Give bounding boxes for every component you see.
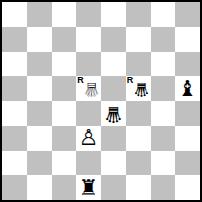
square-e1[interactable] — [101, 175, 126, 200]
square-a1[interactable] — [2, 175, 27, 200]
square-g8[interactable] — [151, 2, 176, 27]
black-bishop-h5-icon[interactable]: ♝ — [175, 76, 200, 101]
square-c1[interactable] — [52, 175, 77, 200]
square-f6[interactable] — [126, 52, 151, 77]
square-h5[interactable]: ♝ — [175, 76, 200, 101]
square-a8[interactable] — [2, 2, 27, 27]
square-h7[interactable] — [175, 27, 200, 52]
square-b5[interactable] — [27, 76, 52, 101]
square-a4[interactable] — [2, 101, 27, 126]
square-d6[interactable] — [76, 52, 101, 77]
square-b6[interactable] — [27, 52, 52, 77]
square-c3[interactable] — [52, 126, 77, 151]
square-d3[interactable]: ♙ — [76, 126, 101, 151]
square-c5[interactable] — [52, 76, 77, 101]
square-c6[interactable] — [52, 52, 77, 77]
square-g4[interactable] — [151, 101, 176, 126]
square-f2[interactable] — [126, 151, 151, 176]
square-d1[interactable]: ♜ — [76, 175, 101, 200]
square-g6[interactable] — [151, 52, 176, 77]
square-d2[interactable] — [76, 151, 101, 176]
square-b1[interactable] — [27, 175, 52, 200]
square-e5[interactable] — [101, 76, 126, 101]
square-b3[interactable] — [27, 126, 52, 151]
square-c7[interactable] — [52, 27, 77, 52]
square-d7[interactable] — [76, 27, 101, 52]
square-e6[interactable] — [101, 52, 126, 77]
square-d4[interactable] — [76, 101, 101, 126]
square-f3[interactable] — [126, 126, 151, 151]
square-g3[interactable] — [151, 126, 176, 151]
square-a6[interactable] — [2, 52, 27, 77]
black-inverted-queen-grasshopper-e4-icon[interactable]: ♛ — [101, 101, 126, 126]
royal-marker-f5: R — [127, 76, 134, 85]
square-a3[interactable] — [2, 126, 27, 151]
square-b8[interactable] — [27, 2, 52, 27]
square-h2[interactable] — [175, 151, 200, 176]
square-g5[interactable] — [151, 76, 176, 101]
square-e8[interactable] — [101, 2, 126, 27]
square-g7[interactable] — [151, 27, 176, 52]
square-e7[interactable] — [101, 27, 126, 52]
square-c4[interactable] — [52, 101, 77, 126]
square-f8[interactable] — [126, 2, 151, 27]
white-pawn-d3-icon[interactable]: ♙ — [76, 126, 101, 151]
square-h1[interactable] — [175, 175, 200, 200]
square-d5[interactable]: R♕ — [76, 76, 101, 101]
square-f5[interactable]: R♛ — [126, 76, 151, 101]
chessboard: R♕R♛♝♛♙♜ — [2, 2, 200, 200]
square-e3[interactable] — [101, 126, 126, 151]
square-f4[interactable] — [126, 101, 151, 126]
square-g1[interactable] — [151, 175, 176, 200]
square-a5[interactable] — [2, 76, 27, 101]
square-b4[interactable] — [27, 101, 52, 126]
square-b2[interactable] — [27, 151, 52, 176]
square-h8[interactable] — [175, 2, 200, 27]
black-rook-d1-icon[interactable]: ♜ — [76, 175, 101, 200]
square-a7[interactable] — [2, 27, 27, 52]
square-b7[interactable] — [27, 27, 52, 52]
square-h3[interactable] — [175, 126, 200, 151]
square-d8[interactable] — [76, 2, 101, 27]
square-h4[interactable] — [175, 101, 200, 126]
square-c2[interactable] — [52, 151, 77, 176]
square-f1[interactable] — [126, 175, 151, 200]
square-a2[interactable] — [2, 151, 27, 176]
square-e4[interactable]: ♛ — [101, 101, 126, 126]
square-h6[interactable] — [175, 52, 200, 77]
chess-diagram: R♕R♛♝♛♙♜ — [0, 0, 202, 202]
square-c8[interactable] — [52, 2, 77, 27]
square-g2[interactable] — [151, 151, 176, 176]
square-e2[interactable] — [101, 151, 126, 176]
square-f7[interactable] — [126, 27, 151, 52]
royal-marker-d5: R — [77, 76, 84, 85]
